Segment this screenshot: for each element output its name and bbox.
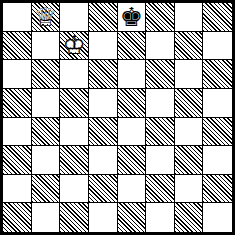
square-b6[interactable] (32, 60, 61, 89)
square-g1[interactable] (175, 203, 204, 232)
square-d5[interactable] (89, 89, 118, 118)
square-f8[interactable] (146, 3, 175, 32)
square-g5[interactable] (175, 89, 204, 118)
square-f6[interactable] (146, 60, 175, 89)
piece-white-queen: ♛♕ (34, 4, 57, 30)
square-b3[interactable] (32, 146, 61, 175)
square-f1[interactable] (146, 203, 175, 232)
square-d3[interactable] (89, 146, 118, 175)
square-f3[interactable] (146, 146, 175, 175)
square-g2[interactable] (175, 175, 204, 204)
square-a8[interactable] (3, 3, 32, 32)
square-d1[interactable] (89, 203, 118, 232)
square-f5[interactable] (146, 89, 175, 118)
square-g7[interactable] (175, 32, 204, 61)
square-g4[interactable] (175, 118, 204, 147)
piece-white-king: ♚♔ (62, 32, 85, 58)
square-e6[interactable] (118, 60, 147, 89)
square-e3[interactable] (118, 146, 147, 175)
square-g8[interactable] (175, 3, 204, 32)
square-f2[interactable] (146, 175, 175, 204)
square-b7[interactable] (32, 32, 61, 61)
square-d7[interactable] (89, 32, 118, 61)
square-h4[interactable] (203, 118, 232, 147)
square-b4[interactable] (32, 118, 61, 147)
square-b1[interactable] (32, 203, 61, 232)
square-a2[interactable] (3, 175, 32, 204)
square-c4[interactable] (60, 118, 89, 147)
square-a6[interactable] (3, 60, 32, 89)
square-c7[interactable]: ♚♔ (60, 32, 89, 61)
white-king-outline-glyph: ♔ (62, 32, 85, 58)
square-d8[interactable] (89, 3, 118, 32)
square-h2[interactable] (203, 175, 232, 204)
square-c2[interactable] (60, 175, 89, 204)
square-c5[interactable] (60, 89, 89, 118)
square-b5[interactable] (32, 89, 61, 118)
square-e8[interactable]: ♚ (118, 3, 147, 32)
square-a5[interactable] (3, 89, 32, 118)
square-a3[interactable] (3, 146, 32, 175)
square-h1[interactable] (203, 203, 232, 232)
square-c8[interactable] (60, 3, 89, 32)
square-c1[interactable] (60, 203, 89, 232)
chess-board: ♛♕♚♚♔ (0, 0, 235, 235)
square-c6[interactable] (60, 60, 89, 89)
white-queen-outline-glyph: ♕ (34, 4, 57, 30)
square-a4[interactable] (3, 118, 32, 147)
square-c3[interactable] (60, 146, 89, 175)
square-f4[interactable] (146, 118, 175, 147)
square-e2[interactable] (118, 175, 147, 204)
square-h5[interactable] (203, 89, 232, 118)
square-h8[interactable] (203, 3, 232, 32)
square-a1[interactable] (3, 203, 32, 232)
square-d4[interactable] (89, 118, 118, 147)
square-f7[interactable] (146, 32, 175, 61)
square-g3[interactable] (175, 146, 204, 175)
square-b2[interactable] (32, 175, 61, 204)
square-e5[interactable] (118, 89, 147, 118)
square-b8[interactable]: ♛♕ (32, 3, 61, 32)
piece-black-king: ♚ (120, 4, 143, 30)
square-a7[interactable] (3, 32, 32, 61)
square-d6[interactable] (89, 60, 118, 89)
square-g6[interactable] (175, 60, 204, 89)
square-e1[interactable] (118, 203, 147, 232)
square-h6[interactable] (203, 60, 232, 89)
square-d2[interactable] (89, 175, 118, 204)
square-h7[interactable] (203, 32, 232, 61)
square-e7[interactable] (118, 32, 147, 61)
square-h3[interactable] (203, 146, 232, 175)
square-e4[interactable] (118, 118, 147, 147)
